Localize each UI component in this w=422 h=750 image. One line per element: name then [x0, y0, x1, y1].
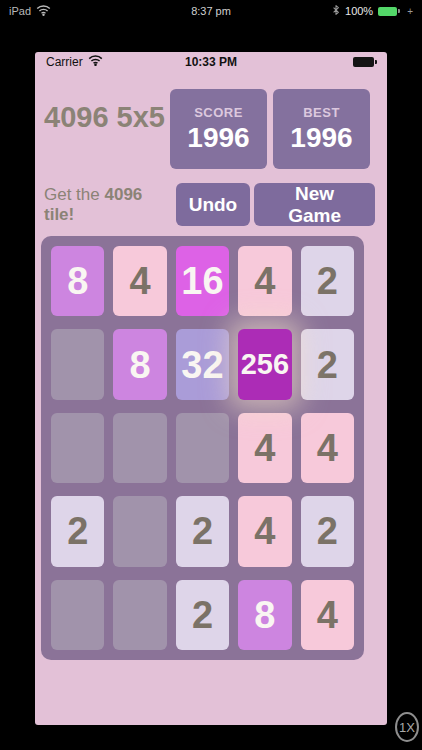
- outer-clock: 8:37 pm: [0, 5, 422, 17]
- toolbar-row: Get the 4096 tile! Undo New Game: [35, 169, 387, 226]
- game-title: 4096 5x5: [44, 101, 170, 134]
- tile-4-r4c4: 4: [238, 496, 291, 566]
- best-box: BEST 1996: [273, 89, 370, 169]
- tile-256-r2c4: 256: [238, 329, 291, 399]
- empty-cell-r3c3: [176, 413, 229, 483]
- goal-text: Get the 4096 tile!: [44, 185, 176, 225]
- tile-4-r1c2: 4: [113, 246, 166, 316]
- scale-toggle-button[interactable]: 1X: [395, 712, 419, 742]
- tile-4-r3c4: 4: [238, 413, 291, 483]
- tile-8-r2c2: 8: [113, 329, 166, 399]
- app-clock: 10:33 PM: [35, 55, 387, 69]
- empty-cell-r2c1: [51, 329, 104, 399]
- empty-cell-r5c1: [51, 580, 104, 650]
- empty-cell-r3c2: [113, 413, 166, 483]
- tile-2-r4c5: 2: [301, 496, 354, 566]
- tile-4-r5c5: 4: [301, 580, 354, 650]
- new-game-button[interactable]: New Game: [254, 183, 375, 226]
- tile-2-r1c5: 2: [301, 246, 354, 316]
- tile-8-r1c1: 8: [51, 246, 104, 316]
- tile-4-r1c4: 4: [238, 246, 291, 316]
- score-label: SCORE: [194, 105, 243, 120]
- tile-2-r4c3: 2: [176, 496, 229, 566]
- game-board[interactable]: 8416428322562442242284: [41, 236, 364, 660]
- empty-cell-r5c2: [113, 580, 166, 650]
- tile-2-r4c1: 2: [51, 496, 104, 566]
- empty-cell-r3c1: [51, 413, 104, 483]
- best-label: BEST: [303, 105, 340, 120]
- tile-16-r1c3: 16: [176, 246, 229, 316]
- goal-prefix: Get the: [44, 185, 104, 204]
- outer-status-bar: iPad 8:37 pm 100% +: [0, 0, 422, 22]
- app-status-bar: Carrier 10:33 PM: [35, 52, 387, 72]
- tile-2-r5c3: 2: [176, 580, 229, 650]
- undo-button[interactable]: Undo: [176, 183, 251, 226]
- tile-32-r2c3: 32: [176, 329, 229, 399]
- device-screen: Carrier 10:33 PM 4096 5x5 SCO: [35, 52, 387, 725]
- tile-2-r2c5: 2: [301, 329, 354, 399]
- score-box: SCORE 1996: [170, 89, 267, 169]
- empty-cell-r4c2: [113, 496, 166, 566]
- tile-8-r5c4: 8: [238, 580, 291, 650]
- simulator-window: iPad 8:37 pm 100% +: [0, 0, 422, 750]
- best-value: 1996: [290, 122, 352, 154]
- tile-4-r3c5: 4: [301, 413, 354, 483]
- score-value: 1996: [187, 122, 249, 154]
- game-header: 4096 5x5 SCORE 1996 BEST 1996: [35, 72, 387, 169]
